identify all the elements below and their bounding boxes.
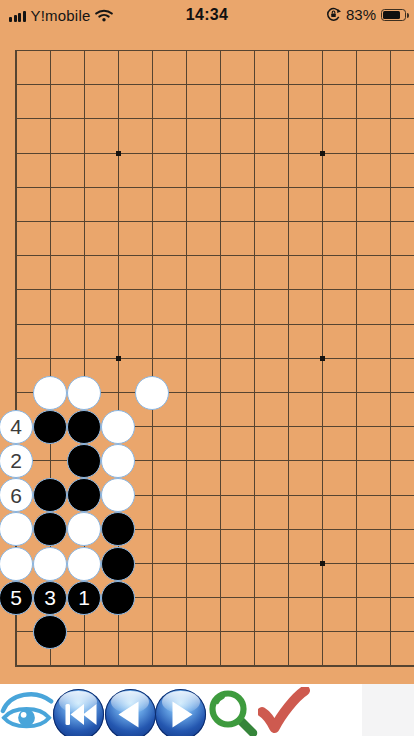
grid-line-vertical xyxy=(288,51,289,668)
status-bar-left: Y!mobile xyxy=(9,7,113,24)
star-point xyxy=(320,561,325,566)
clock: 14:34 xyxy=(186,6,228,24)
grid-line-vertical xyxy=(356,51,357,668)
move-number: 3 xyxy=(44,587,56,608)
signal-strength-icon xyxy=(9,10,26,22)
grid-line-vertical xyxy=(254,51,255,668)
eye-icon xyxy=(0,687,54,733)
grid-line-horizontal xyxy=(15,84,414,85)
stone-black: 5 xyxy=(0,581,33,615)
grid-line-horizontal xyxy=(15,631,414,632)
star-point xyxy=(320,356,325,361)
battery-fill xyxy=(383,11,400,19)
stone-white: 6 xyxy=(0,478,33,512)
move-number: 2 xyxy=(10,450,22,471)
grid-line-horizontal xyxy=(15,221,414,222)
toolbar xyxy=(0,684,414,736)
stone-black xyxy=(33,615,67,649)
battery-percent: 83% xyxy=(346,6,376,23)
eye-button[interactable] xyxy=(0,687,54,735)
toolbar-right-segment xyxy=(362,684,414,736)
stone-black xyxy=(33,512,67,546)
move-number: 5 xyxy=(10,587,22,608)
battery-icon xyxy=(381,9,406,21)
grid-line-horizontal xyxy=(15,358,414,359)
stone-black: 1 xyxy=(67,581,101,615)
grid-line-horizontal xyxy=(15,187,414,188)
stone-white xyxy=(33,376,67,410)
phone-screen: Y!mobile 14:34 83% 426531 xyxy=(0,0,414,736)
stone-white xyxy=(67,512,101,546)
move-number: 1 xyxy=(78,587,90,608)
stone-black xyxy=(33,478,67,512)
rotation-lock-icon xyxy=(326,7,341,22)
move-number: 6 xyxy=(10,485,22,506)
zoom-button[interactable] xyxy=(203,686,259,736)
stone-white xyxy=(0,512,33,546)
grid-line-horizontal xyxy=(15,153,414,154)
grid-line-horizontal xyxy=(15,118,414,119)
stone-black xyxy=(101,581,135,615)
grid-line-vertical xyxy=(390,51,391,668)
skip-to-start-button[interactable] xyxy=(53,689,104,736)
grid-line-horizontal xyxy=(15,50,414,52)
stone-white xyxy=(101,410,135,444)
step-back-button[interactable] xyxy=(105,689,156,736)
stone-white xyxy=(135,376,169,410)
stone-white xyxy=(101,478,135,512)
grid-line-horizontal xyxy=(15,255,414,256)
step-forward-button[interactable] xyxy=(155,689,206,736)
stone-white: 2 xyxy=(0,444,33,478)
grid-line-horizontal xyxy=(15,665,414,667)
stone-white xyxy=(0,547,33,581)
stone-white xyxy=(101,444,135,478)
wifi-icon xyxy=(95,9,113,22)
grid-line-vertical xyxy=(186,51,187,668)
stone-black xyxy=(33,410,67,444)
star-point xyxy=(116,151,121,156)
stone-black xyxy=(101,547,135,581)
status-bar: Y!mobile 14:34 83% xyxy=(0,0,414,34)
move-number: 4 xyxy=(10,416,22,437)
star-point xyxy=(116,356,121,361)
stone-black xyxy=(67,478,101,512)
status-bar-right: 83% xyxy=(326,6,406,23)
stone-white xyxy=(67,547,101,581)
skip-to-start-icon xyxy=(53,689,104,736)
grid-line-vertical xyxy=(152,51,153,668)
step-forward-icon xyxy=(155,689,206,736)
magnifier-icon xyxy=(203,686,259,736)
carrier-label: Y!mobile xyxy=(31,7,91,24)
grid-line-horizontal xyxy=(15,324,414,325)
confirm-button[interactable] xyxy=(258,687,310,733)
stone-black xyxy=(67,444,101,478)
stone-black xyxy=(67,410,101,444)
stone-white: 4 xyxy=(0,410,33,444)
step-back-icon xyxy=(105,689,156,736)
star-point xyxy=(320,151,325,156)
stone-white xyxy=(33,547,67,581)
stone-black xyxy=(101,512,135,546)
stone-black: 3 xyxy=(33,581,67,615)
stone-white xyxy=(67,376,101,410)
grid-line-horizontal xyxy=(15,289,414,290)
grid-line-vertical xyxy=(220,51,221,668)
checkmark-icon xyxy=(258,687,310,733)
go-board[interactable]: 426531 xyxy=(0,0,414,684)
